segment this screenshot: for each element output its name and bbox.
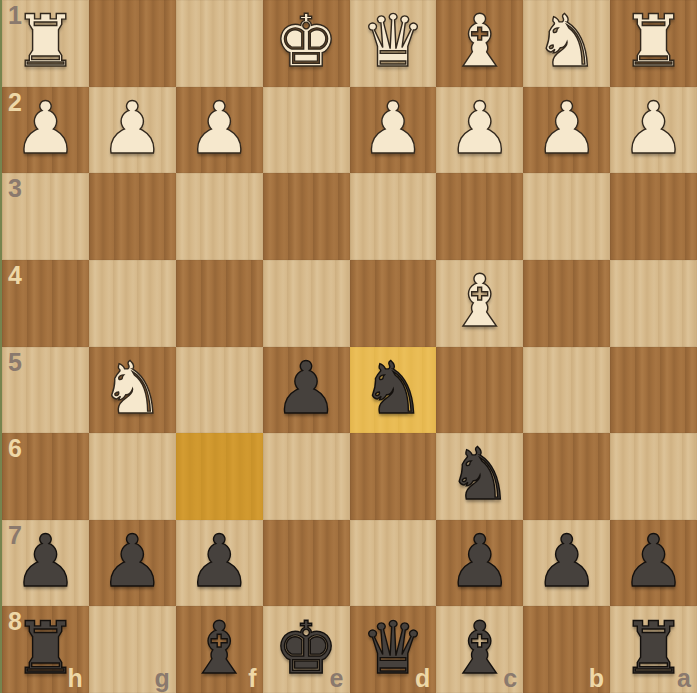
- white-rook[interactable]: ♜: [621, 5, 686, 77]
- file-label-g: g: [154, 666, 169, 691]
- square-c5[interactable]: [436, 347, 523, 434]
- square-h5[interactable]: 5: [2, 347, 89, 434]
- white-pawn[interactable]: ♟: [13, 92, 78, 164]
- square-h3[interactable]: 3: [2, 173, 89, 260]
- square-f6[interactable]: [176, 433, 263, 520]
- chess-board: 1♜♚♛♝♞♜2♟♟♟♟♟♟♟34♝5♞♟♞6♞7♟♟♟♟♟♟8h♜gf♝e♚d…: [2, 0, 697, 693]
- square-d2[interactable]: ♟: [350, 87, 437, 174]
- white-king[interactable]: ♚: [274, 5, 339, 77]
- square-c6[interactable]: ♞: [436, 433, 523, 520]
- square-g6[interactable]: [89, 433, 176, 520]
- square-b6[interactable]: [523, 433, 610, 520]
- square-d4[interactable]: [350, 260, 437, 347]
- square-f2[interactable]: ♟: [176, 87, 263, 174]
- square-g2[interactable]: ♟: [89, 87, 176, 174]
- square-g1[interactable]: [89, 0, 176, 87]
- square-g7[interactable]: ♟: [89, 520, 176, 607]
- white-pawn[interactable]: ♟: [448, 92, 513, 164]
- white-knight[interactable]: ♞: [100, 352, 165, 424]
- black-knight[interactable]: ♞: [361, 352, 426, 424]
- black-rook[interactable]: ♜: [621, 612, 686, 684]
- black-king[interactable]: ♚: [274, 612, 339, 684]
- square-f3[interactable]: [176, 173, 263, 260]
- black-pawn[interactable]: ♟: [621, 525, 686, 597]
- square-d1[interactable]: ♛: [350, 0, 437, 87]
- black-bishop[interactable]: ♝: [187, 612, 252, 684]
- square-f7[interactable]: ♟: [176, 520, 263, 607]
- square-h4[interactable]: 4: [2, 260, 89, 347]
- white-pawn[interactable]: ♟: [100, 92, 165, 164]
- square-e5[interactable]: ♟: [263, 347, 350, 434]
- square-h2[interactable]: 2♟: [2, 87, 89, 174]
- square-d8[interactable]: d♛: [350, 606, 437, 693]
- square-e6[interactable]: [263, 433, 350, 520]
- square-d6[interactable]: [350, 433, 437, 520]
- square-e4[interactable]: [263, 260, 350, 347]
- square-g4[interactable]: [89, 260, 176, 347]
- square-d7[interactable]: [350, 520, 437, 607]
- rank-label-3: 3: [8, 176, 22, 201]
- square-e2[interactable]: [263, 87, 350, 174]
- square-e1[interactable]: ♚: [263, 0, 350, 87]
- rank-label-4: 4: [8, 263, 22, 288]
- square-a1[interactable]: ♜: [610, 0, 697, 87]
- square-h1[interactable]: 1♜: [2, 0, 89, 87]
- square-e8[interactable]: e♚: [263, 606, 350, 693]
- black-pawn[interactable]: ♟: [534, 525, 599, 597]
- white-bishop[interactable]: ♝: [448, 265, 513, 337]
- square-f1[interactable]: [176, 0, 263, 87]
- square-b1[interactable]: ♞: [523, 0, 610, 87]
- square-h8[interactable]: 8h♜: [2, 606, 89, 693]
- white-queen[interactable]: ♛: [361, 5, 426, 77]
- white-pawn[interactable]: ♟: [361, 92, 426, 164]
- square-a5[interactable]: [610, 347, 697, 434]
- black-pawn[interactable]: ♟: [187, 525, 252, 597]
- white-pawn[interactable]: ♟: [187, 92, 252, 164]
- black-rook[interactable]: ♜: [13, 612, 78, 684]
- square-c4[interactable]: ♝: [436, 260, 523, 347]
- square-b2[interactable]: ♟: [523, 87, 610, 174]
- square-e3[interactable]: [263, 173, 350, 260]
- square-f8[interactable]: f♝: [176, 606, 263, 693]
- square-h6[interactable]: 6: [2, 433, 89, 520]
- square-g8[interactable]: g: [89, 606, 176, 693]
- white-rook[interactable]: ♜: [13, 5, 78, 77]
- square-a4[interactable]: [610, 260, 697, 347]
- black-knight[interactable]: ♞: [448, 438, 513, 510]
- square-e7[interactable]: [263, 520, 350, 607]
- square-a7[interactable]: ♟: [610, 520, 697, 607]
- square-c7[interactable]: ♟: [436, 520, 523, 607]
- black-pawn[interactable]: ♟: [100, 525, 165, 597]
- square-h7[interactable]: 7♟: [2, 520, 89, 607]
- file-label-b: b: [589, 666, 604, 691]
- square-a8[interactable]: a♜: [610, 606, 697, 693]
- black-pawn[interactable]: ♟: [274, 352, 339, 424]
- black-pawn[interactable]: ♟: [448, 525, 513, 597]
- square-d3[interactable]: [350, 173, 437, 260]
- white-knight[interactable]: ♞: [534, 5, 599, 77]
- square-f5[interactable]: [176, 347, 263, 434]
- square-c1[interactable]: ♝: [436, 0, 523, 87]
- square-b5[interactable]: [523, 347, 610, 434]
- square-b8[interactable]: b: [523, 606, 610, 693]
- square-a6[interactable]: [610, 433, 697, 520]
- white-bishop[interactable]: ♝: [448, 5, 513, 77]
- square-g5[interactable]: ♞: [89, 347, 176, 434]
- square-g3[interactable]: [89, 173, 176, 260]
- rank-label-6: 6: [8, 436, 22, 461]
- square-a3[interactable]: [610, 173, 697, 260]
- square-b7[interactable]: ♟: [523, 520, 610, 607]
- black-bishop[interactable]: ♝: [448, 612, 513, 684]
- chess-app-screen: 1♜♚♛♝♞♜2♟♟♟♟♟♟♟34♝5♞♟♞6♞7♟♟♟♟♟♟8h♜gf♝e♚d…: [0, 0, 697, 693]
- white-pawn[interactable]: ♟: [534, 92, 599, 164]
- square-f4[interactable]: [176, 260, 263, 347]
- black-pawn[interactable]: ♟: [13, 525, 78, 597]
- square-a2[interactable]: ♟: [610, 87, 697, 174]
- white-pawn[interactable]: ♟: [621, 92, 686, 164]
- square-c2[interactable]: ♟: [436, 87, 523, 174]
- board-left-edge: [0, 0, 2, 693]
- square-c3[interactable]: [436, 173, 523, 260]
- square-d5[interactable]: ♞: [350, 347, 437, 434]
- square-c8[interactable]: c♝: [436, 606, 523, 693]
- square-b3[interactable]: [523, 173, 610, 260]
- square-b4[interactable]: [523, 260, 610, 347]
- rank-label-5: 5: [8, 350, 22, 375]
- black-queen[interactable]: ♛: [361, 612, 426, 684]
